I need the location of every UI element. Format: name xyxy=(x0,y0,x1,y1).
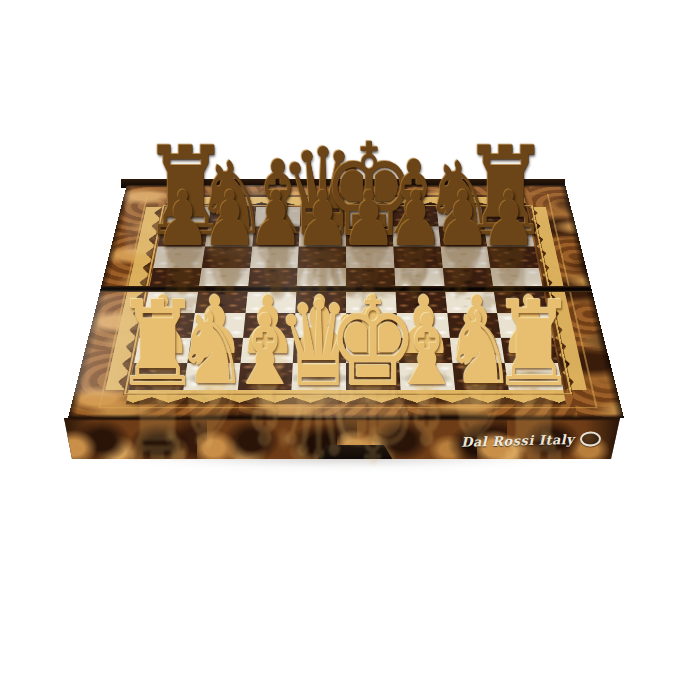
brand-badge-icon xyxy=(580,431,601,447)
chess-set-photo: Dal Rossi Italy ♜♜♞♞♝♝♛♛♚♚♝♝♞♞♜♜♟♟♟♟♟♟♟♟… xyxy=(0,0,700,700)
piece-glyph: ♟ xyxy=(481,181,537,257)
piece-glyph: ♜ xyxy=(491,285,578,403)
